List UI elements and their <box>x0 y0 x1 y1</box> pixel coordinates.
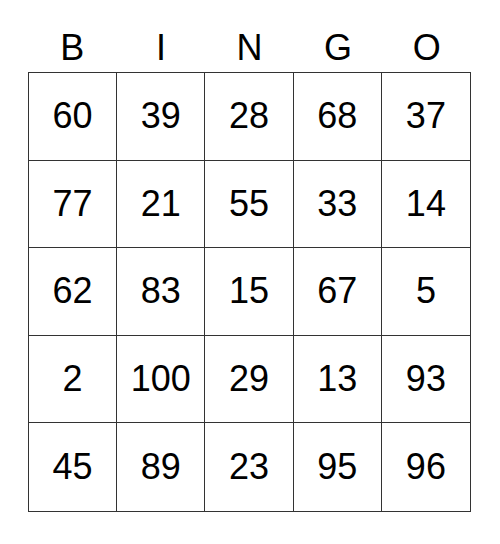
cell-r3c1[interactable]: 100 <box>117 336 205 424</box>
cell-r0c3[interactable]: 68 <box>294 73 382 161</box>
cell-r4c3[interactable]: 95 <box>294 423 382 511</box>
cell-r3c3[interactable]: 13 <box>294 336 382 424</box>
cell-r3c0[interactable]: 2 <box>29 336 117 424</box>
cell-r1c2[interactable]: 55 <box>205 161 293 249</box>
cell-r1c4[interactable]: 14 <box>382 161 470 249</box>
cell-r2c4[interactable]: 5 <box>382 248 470 336</box>
cell-r0c4[interactable]: 37 <box>382 73 470 161</box>
header-letter-b: B <box>28 30 117 72</box>
cell-r4c4[interactable]: 96 <box>382 423 470 511</box>
bingo-header: B I N G O <box>28 0 471 72</box>
cell-r1c0[interactable]: 77 <box>29 161 117 249</box>
cell-r2c2[interactable]: 15 <box>205 248 293 336</box>
header-letter-g: G <box>294 30 383 72</box>
cell-r1c3[interactable]: 33 <box>294 161 382 249</box>
cell-r1c1[interactable]: 21 <box>117 161 205 249</box>
bingo-card: B I N G O 60 39 28 68 37 77 21 55 33 14 … <box>0 0 500 544</box>
cell-r0c0[interactable]: 60 <box>29 73 117 161</box>
cell-r2c3[interactable]: 67 <box>294 248 382 336</box>
header-letter-o: O <box>382 30 471 72</box>
cell-r0c2[interactable]: 28 <box>205 73 293 161</box>
header-letter-i: I <box>117 30 206 72</box>
cell-r0c1[interactable]: 39 <box>117 73 205 161</box>
bingo-board: 60 39 28 68 37 77 21 55 33 14 62 83 15 6… <box>28 72 471 512</box>
cell-r3c2[interactable]: 29 <box>205 336 293 424</box>
cell-r4c2[interactable]: 23 <box>205 423 293 511</box>
cell-r4c0[interactable]: 45 <box>29 423 117 511</box>
cell-r2c1[interactable]: 83 <box>117 248 205 336</box>
cell-r4c1[interactable]: 89 <box>117 423 205 511</box>
cell-r3c4[interactable]: 93 <box>382 336 470 424</box>
header-letter-n: N <box>205 30 294 72</box>
cell-r2c0[interactable]: 62 <box>29 248 117 336</box>
